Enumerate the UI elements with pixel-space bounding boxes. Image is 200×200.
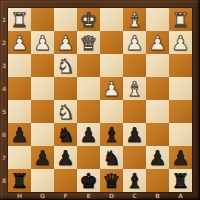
square-f5[interactable]: ♞ bbox=[54, 100, 77, 123]
rank-label-4: 4 bbox=[0, 77, 8, 100]
file-label-b: B bbox=[146, 192, 169, 200]
piece-black-bishop[interactable]: ♝ bbox=[100, 123, 123, 146]
square-d3[interactable] bbox=[100, 54, 123, 77]
square-d5[interactable] bbox=[100, 100, 123, 123]
square-a3[interactable] bbox=[169, 54, 192, 77]
square-h7[interactable] bbox=[8, 146, 31, 169]
piece-white-bishop[interactable]: ♝ bbox=[123, 77, 146, 100]
square-b7[interactable]: ♟ bbox=[146, 146, 169, 169]
piece-black-king[interactable]: ♚ bbox=[77, 169, 100, 192]
square-f2[interactable]: ♟ bbox=[54, 31, 77, 54]
square-b1[interactable] bbox=[146, 8, 169, 31]
piece-black-knight[interactable]: ♞ bbox=[54, 123, 77, 146]
square-h5[interactable] bbox=[8, 100, 31, 123]
square-e7[interactable] bbox=[77, 146, 100, 169]
chess-board-frame: ♜♚♝♜♟♟♟♛♟♟♟♞♟♝♞♟♞♟♝♟♟♟♞♟♟♜♚♛♝♜ 12345678 … bbox=[0, 0, 200, 200]
piece-white-king[interactable]: ♚ bbox=[77, 8, 100, 31]
piece-white-pawn[interactable]: ♟ bbox=[31, 31, 54, 54]
square-d7[interactable]: ♞ bbox=[100, 146, 123, 169]
piece-white-knight[interactable]: ♞ bbox=[54, 100, 77, 123]
square-e8[interactable]: ♚ bbox=[77, 169, 100, 192]
square-c5[interactable] bbox=[123, 100, 146, 123]
square-a5[interactable] bbox=[169, 100, 192, 123]
piece-white-pawn[interactable]: ♟ bbox=[100, 77, 123, 100]
square-d8[interactable]: ♛ bbox=[100, 169, 123, 192]
file-label-a: A bbox=[169, 192, 192, 200]
square-c3[interactable] bbox=[123, 54, 146, 77]
square-e3[interactable] bbox=[77, 54, 100, 77]
square-e1[interactable]: ♚ bbox=[77, 8, 100, 31]
square-f1[interactable] bbox=[54, 8, 77, 31]
square-h4[interactable] bbox=[8, 77, 31, 100]
piece-black-pawn[interactable]: ♟ bbox=[146, 146, 169, 169]
chess-board: ♜♚♝♜♟♟♟♛♟♟♟♞♟♝♞♟♞♟♝♟♟♟♞♟♟♜♚♛♝♜ bbox=[8, 8, 192, 192]
square-e6[interactable]: ♟ bbox=[77, 123, 100, 146]
square-g3[interactable] bbox=[31, 54, 54, 77]
rank-label-1: 1 bbox=[0, 8, 8, 31]
piece-black-pawn[interactable]: ♟ bbox=[123, 123, 146, 146]
square-b3[interactable] bbox=[146, 54, 169, 77]
square-h8[interactable]: ♜ bbox=[8, 169, 31, 192]
piece-white-knight[interactable]: ♞ bbox=[54, 54, 77, 77]
square-d1[interactable] bbox=[100, 8, 123, 31]
piece-black-pawn[interactable]: ♟ bbox=[169, 146, 192, 169]
file-label-e: E bbox=[77, 192, 100, 200]
square-g7[interactable]: ♟ bbox=[31, 146, 54, 169]
piece-white-bishop[interactable]: ♝ bbox=[123, 8, 146, 31]
square-b2[interactable]: ♟ bbox=[146, 31, 169, 54]
piece-black-knight[interactable]: ♞ bbox=[100, 146, 123, 169]
square-b8[interactable] bbox=[146, 169, 169, 192]
piece-white-rook[interactable]: ♜ bbox=[169, 8, 192, 31]
piece-white-pawn[interactable]: ♟ bbox=[54, 31, 77, 54]
square-a4[interactable] bbox=[169, 77, 192, 100]
square-d6[interactable]: ♝ bbox=[100, 123, 123, 146]
piece-black-pawn[interactable]: ♟ bbox=[77, 123, 100, 146]
square-g4[interactable] bbox=[31, 77, 54, 100]
square-h3[interactable] bbox=[8, 54, 31, 77]
square-g2[interactable]: ♟ bbox=[31, 31, 54, 54]
square-b4[interactable] bbox=[146, 77, 169, 100]
piece-black-pawn[interactable]: ♟ bbox=[54, 146, 77, 169]
square-g1[interactable] bbox=[31, 8, 54, 31]
square-h1[interactable]: ♜ bbox=[8, 8, 31, 31]
square-c8[interactable]: ♝ bbox=[123, 169, 146, 192]
file-label-d: D bbox=[100, 192, 123, 200]
square-h6[interactable]: ♟ bbox=[8, 123, 31, 146]
file-label-f: F bbox=[54, 192, 77, 200]
piece-white-pawn[interactable]: ♟ bbox=[169, 31, 192, 54]
rank-label-8: 8 bbox=[0, 169, 8, 192]
square-e2[interactable]: ♛ bbox=[77, 31, 100, 54]
square-g6[interactable] bbox=[31, 123, 54, 146]
square-g8[interactable] bbox=[31, 169, 54, 192]
piece-black-rook[interactable]: ♜ bbox=[8, 169, 31, 192]
piece-black-pawn[interactable]: ♟ bbox=[8, 123, 31, 146]
piece-black-queen[interactable]: ♛ bbox=[100, 169, 123, 192]
square-a7[interactable]: ♟ bbox=[169, 146, 192, 169]
square-f6[interactable]: ♞ bbox=[54, 123, 77, 146]
square-c2[interactable]: ♟ bbox=[123, 31, 146, 54]
piece-white-pawn[interactable]: ♟ bbox=[146, 31, 169, 54]
rank-label-7: 7 bbox=[0, 146, 8, 169]
piece-white-rook[interactable]: ♜ bbox=[8, 8, 31, 31]
piece-black-pawn[interactable]: ♟ bbox=[31, 146, 54, 169]
piece-white-pawn[interactable]: ♟ bbox=[123, 31, 146, 54]
square-a2[interactable]: ♟ bbox=[169, 31, 192, 54]
square-d2[interactable] bbox=[100, 31, 123, 54]
piece-white-queen[interactable]: ♛ bbox=[77, 31, 100, 54]
piece-white-pawn[interactable]: ♟ bbox=[8, 31, 31, 54]
square-c6[interactable]: ♟ bbox=[123, 123, 146, 146]
file-label-g: G bbox=[31, 192, 54, 200]
square-f4[interactable] bbox=[54, 77, 77, 100]
square-h2[interactable]: ♟ bbox=[8, 31, 31, 54]
square-b5[interactable] bbox=[146, 100, 169, 123]
piece-black-bishop[interactable]: ♝ bbox=[123, 169, 146, 192]
square-e5[interactable] bbox=[77, 100, 100, 123]
square-f8[interactable] bbox=[54, 169, 77, 192]
square-c1[interactable]: ♝ bbox=[123, 8, 146, 31]
square-f7[interactable]: ♟ bbox=[54, 146, 77, 169]
square-c7[interactable] bbox=[123, 146, 146, 169]
file-label-c: C bbox=[123, 192, 146, 200]
piece-black-rook[interactable]: ♜ bbox=[169, 169, 192, 192]
square-b6[interactable] bbox=[146, 123, 169, 146]
rank-label-5: 5 bbox=[0, 100, 8, 123]
square-c4[interactable]: ♝ bbox=[123, 77, 146, 100]
square-a1[interactable]: ♜ bbox=[169, 8, 192, 31]
square-d4[interactable]: ♟ bbox=[100, 77, 123, 100]
rank-label-6: 6 bbox=[0, 123, 8, 146]
file-label-h: H bbox=[8, 192, 31, 200]
square-f3[interactable]: ♞ bbox=[54, 54, 77, 77]
square-g5[interactable] bbox=[31, 100, 54, 123]
square-e4[interactable] bbox=[77, 77, 100, 100]
rank-label-3: 3 bbox=[0, 54, 8, 77]
square-a8[interactable]: ♜ bbox=[169, 169, 192, 192]
rank-label-2: 2 bbox=[0, 31, 8, 54]
square-a6[interactable] bbox=[169, 123, 192, 146]
